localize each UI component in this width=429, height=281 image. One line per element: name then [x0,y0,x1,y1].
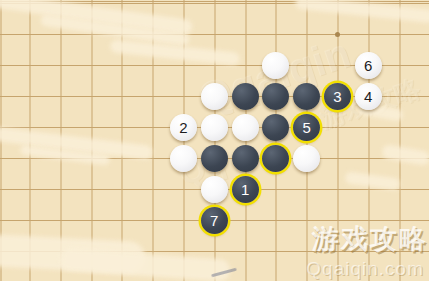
stone-white [232,114,259,141]
stone-black-move-3: 3 [324,83,351,110]
stone-black-move-7: 7 [201,207,228,234]
stone-white [201,83,228,110]
stone-black [262,114,289,141]
star-point [335,32,340,37]
stone-black [201,145,228,172]
stone-black [262,83,289,110]
stone-white [293,145,320,172]
stone-white-move-4: 4 [355,83,382,110]
stone-white [201,114,228,141]
stone-black-move-1: 1 [232,176,259,203]
stone-black-move-5: 5 [293,114,320,141]
stone-white-move-2: 2 [170,114,197,141]
stone-white-move-6: 6 [355,52,382,79]
move-number: 7 [210,213,218,228]
move-number: 1 [241,182,249,197]
stone-black [232,83,259,110]
move-number: 3 [333,89,341,104]
move-number: 4 [364,89,372,104]
gomoku-screenshot: Qqaiqin 游戏攻略 Qq 6342517 游戏攻略 Qqaiqin.com [0,0,429,281]
stone-black [232,145,259,172]
move-number: 2 [179,120,187,135]
gomoku-board[interactable]: 6342517 [0,0,429,281]
stone-black [293,83,320,110]
stone-white [201,176,228,203]
stone-white [262,52,289,79]
move-number: 5 [303,120,311,135]
move-number: 6 [364,58,372,73]
stone-black [262,145,289,172]
stone-white [170,145,197,172]
